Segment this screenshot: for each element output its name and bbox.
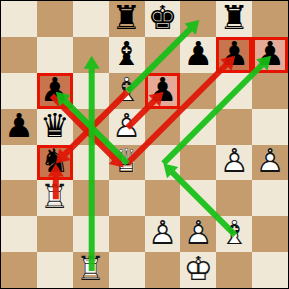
- square-b5[interactable]: ♛: [37, 109, 73, 145]
- square-e8[interactable]: ♚: [145, 1, 181, 37]
- queen-glyph: ♛: [40, 109, 70, 142]
- square-f2[interactable]: ♟♙: [180, 216, 216, 252]
- piece-black-pawn[interactable]: ♟: [145, 73, 181, 109]
- bishop-glyph-outline: ♗: [112, 73, 142, 106]
- bishop-glyph: ♝: [112, 37, 142, 70]
- square-h7[interactable]: ♟: [252, 37, 288, 73]
- pawn-glyph: ♟: [219, 37, 249, 70]
- square-b8[interactable]: [37, 1, 73, 37]
- square-h5[interactable]: [252, 109, 288, 145]
- piece-black-queen[interactable]: ♛: [37, 109, 73, 145]
- square-e7[interactable]: [145, 37, 181, 73]
- piece-white-pawn[interactable]: ♟♙: [109, 109, 145, 145]
- rook-glyph-outline: ♖: [76, 252, 106, 285]
- piece-black-pawn[interactable]: ♟: [1, 109, 37, 145]
- square-a3[interactable]: [1, 180, 37, 216]
- piece-white-pawn[interactable]: ♟♙: [216, 145, 252, 181]
- square-d4[interactable]: ♛♕: [109, 145, 145, 181]
- piece-black-knight[interactable]: ♞: [37, 145, 73, 181]
- square-c7[interactable]: [73, 37, 109, 73]
- square-d5[interactable]: ♟♙: [109, 109, 145, 145]
- square-e3[interactable]: [145, 180, 181, 216]
- pawn-glyph-outline: ♙: [184, 216, 214, 249]
- square-b1[interactable]: [37, 252, 73, 288]
- square-c5[interactable]: [73, 109, 109, 145]
- piece-black-rook[interactable]: ♜: [216, 1, 252, 37]
- square-a4[interactable]: [1, 145, 37, 181]
- square-e1[interactable]: [145, 252, 181, 288]
- pawn-glyph: ♟: [148, 73, 178, 106]
- square-a1[interactable]: [1, 252, 37, 288]
- piece-black-pawn[interactable]: ♟: [252, 37, 288, 73]
- square-e6[interactable]: ♟: [145, 73, 181, 109]
- square-h6[interactable]: [252, 73, 288, 109]
- piece-white-pawn[interactable]: ♟♙: [180, 216, 216, 252]
- rook-glyph-outline: ♖: [40, 180, 70, 213]
- pawn-glyph-outline: ♙: [148, 216, 178, 249]
- square-h8[interactable]: [252, 1, 288, 37]
- pawn-glyph: ♟: [40, 73, 70, 106]
- square-g6[interactable]: [216, 73, 252, 109]
- square-b7[interactable]: [37, 37, 73, 73]
- piece-black-king[interactable]: ♚: [145, 1, 181, 37]
- piece-black-pawn[interactable]: ♟: [216, 37, 252, 73]
- pawn-glyph: ♟: [4, 109, 34, 142]
- square-h1[interactable]: [252, 252, 288, 288]
- pawn-glyph-outline: ♙: [112, 109, 142, 142]
- square-f8[interactable]: [180, 1, 216, 37]
- square-g4[interactable]: ♟♙: [216, 145, 252, 181]
- square-b2[interactable]: [37, 216, 73, 252]
- piece-white-bishop[interactable]: ♝♗: [109, 73, 145, 109]
- square-a5[interactable]: ♟: [1, 109, 37, 145]
- square-a6[interactable]: [1, 73, 37, 109]
- square-f7[interactable]: ♟: [180, 37, 216, 73]
- rook-glyph: ♜: [219, 1, 249, 34]
- square-b4[interactable]: ♞: [37, 145, 73, 181]
- piece-white-bishop[interactable]: ♝♗: [216, 216, 252, 252]
- piece-white-king[interactable]: ♚♔: [180, 252, 216, 288]
- square-a7[interactable]: [1, 37, 37, 73]
- square-d1[interactable]: [109, 252, 145, 288]
- piece-black-rook[interactable]: ♜: [109, 1, 145, 37]
- square-f4[interactable]: [180, 145, 216, 181]
- queen-glyph-outline: ♕: [112, 145, 142, 178]
- piece-white-queen[interactable]: ♛♕: [109, 145, 145, 181]
- square-d7[interactable]: ♝: [109, 37, 145, 73]
- knight-glyph: ♞: [40, 145, 70, 178]
- square-f1[interactable]: ♚♔: [180, 252, 216, 288]
- square-d6[interactable]: ♝♗: [109, 73, 145, 109]
- square-g1[interactable]: [216, 252, 252, 288]
- piece-white-rook[interactable]: ♜♖: [73, 252, 109, 288]
- square-b6[interactable]: ♟: [37, 73, 73, 109]
- square-d8[interactable]: ♜: [109, 1, 145, 37]
- piece-white-pawn[interactable]: ♟♙: [145, 216, 181, 252]
- rook-glyph: ♜: [112, 1, 142, 34]
- bishop-glyph-outline: ♗: [219, 216, 249, 249]
- pawn-glyph-outline: ♙: [219, 145, 249, 178]
- king-glyph: ♚: [148, 1, 178, 34]
- square-f6[interactable]: [180, 73, 216, 109]
- square-a8[interactable]: [1, 1, 37, 37]
- pawn-glyph: ♟: [255, 37, 285, 70]
- square-b3[interactable]: ♜♖: [37, 180, 73, 216]
- piece-white-rook[interactable]: ♜♖: [37, 180, 73, 216]
- square-h4[interactable]: ♟♙: [252, 145, 288, 181]
- piece-black-pawn[interactable]: ♟: [37, 73, 73, 109]
- square-d2[interactable]: [109, 216, 145, 252]
- pawn-glyph: ♟: [184, 37, 214, 70]
- square-h3[interactable]: [252, 180, 288, 216]
- square-g3[interactable]: [216, 180, 252, 216]
- square-c6[interactable]: [73, 73, 109, 109]
- square-g2[interactable]: ♝♗: [216, 216, 252, 252]
- pawn-glyph-outline: ♙: [255, 145, 285, 178]
- square-f5[interactable]: [180, 109, 216, 145]
- square-g8[interactable]: ♜: [216, 1, 252, 37]
- board-squares: ♜♚♜♝♟♟♟♟♝♗♟♟♛♟♙♞♛♕♟♙♟♙♜♖♟♙♟♙♝♗♜♖♚♔: [1, 1, 288, 288]
- square-g7[interactable]: ♟: [216, 37, 252, 73]
- piece-black-bishop[interactable]: ♝: [109, 37, 145, 73]
- square-c1[interactable]: ♜♖: [73, 252, 109, 288]
- square-c3[interactable]: [73, 180, 109, 216]
- square-c2[interactable]: [73, 216, 109, 252]
- piece-white-pawn[interactable]: ♟♙: [252, 145, 288, 181]
- square-g5[interactable]: [216, 109, 252, 145]
- square-e2[interactable]: ♟♙: [145, 216, 181, 252]
- square-d3[interactable]: [109, 180, 145, 216]
- square-e4[interactable]: [145, 145, 181, 181]
- square-c8[interactable]: [73, 1, 109, 37]
- square-e5[interactable]: [145, 109, 181, 145]
- square-a2[interactable]: [1, 216, 37, 252]
- square-h2[interactable]: [252, 216, 288, 252]
- square-f3[interactable]: [180, 180, 216, 216]
- king-glyph-outline: ♔: [184, 252, 214, 285]
- chess-board[interactable]: ♜♚♜♝♟♟♟♟♝♗♟♟♛♟♙♞♛♕♟♙♟♙♜♖♟♙♟♙♝♗♜♖♚♔: [0, 0, 289, 289]
- square-c4[interactable]: [73, 145, 109, 181]
- piece-black-pawn[interactable]: ♟: [180, 37, 216, 73]
